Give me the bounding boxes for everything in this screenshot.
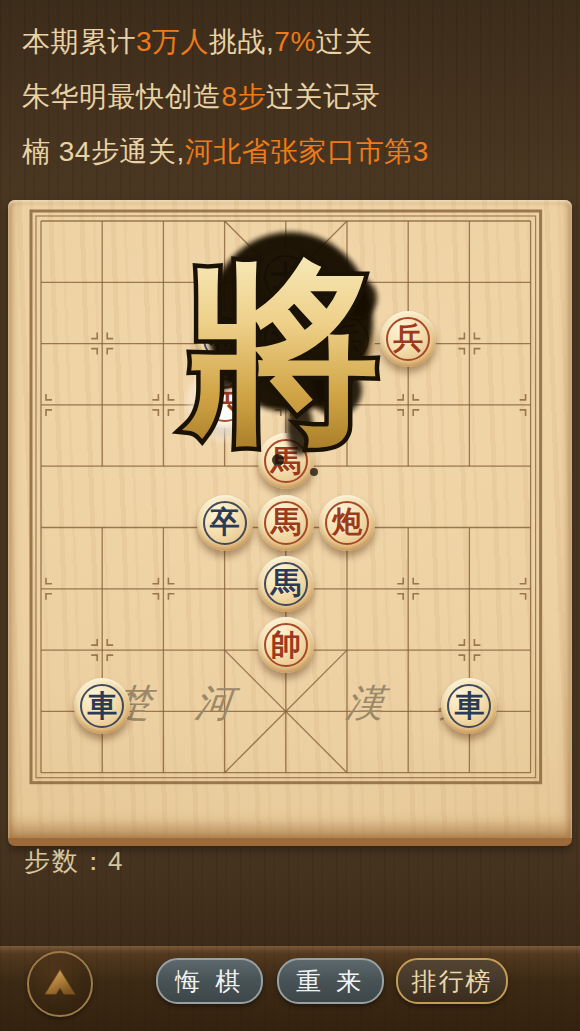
header-line-2: 朱华明最快创造8步过关记录	[22, 69, 562, 124]
xiangqi-app-screen: 本期累计3万人挑战,7%过关朱华明最快创造8步过关记录楠 34步通关,河北省张家…	[0, 0, 580, 1031]
expand-button[interactable]	[27, 951, 93, 1017]
piece-glyph: 馬	[258, 556, 314, 612]
piece-glyph: 車	[74, 678, 130, 734]
piece-glyph: 象	[258, 311, 314, 367]
piece-glyph: 車	[441, 678, 497, 734]
header-segment: 过关	[316, 26, 373, 57]
piece-glyph: 兵	[197, 372, 253, 428]
piece-卒-3-5[interactable]: 卒	[197, 495, 253, 551]
step-counter-value: 4	[108, 846, 124, 876]
leaderboard-button[interactable]: 排行榜	[396, 958, 508, 1004]
piece-glyph: 馬	[258, 495, 314, 551]
piece-車-1-8[interactable]: 車	[74, 678, 130, 734]
piece-glyph: 兵	[380, 311, 436, 367]
header-segment: 本期累计	[22, 26, 136, 57]
piece-馬-4-5[interactable]: 馬	[258, 495, 314, 551]
step-counter-label: 步数：	[24, 846, 108, 876]
header-line-3: 楠 34步通关,河北省张家口市第3	[22, 124, 562, 179]
piece-兵-6-2[interactable]: 兵	[380, 311, 436, 367]
piece-帥-4-7[interactable]: 帥	[258, 617, 314, 673]
header-line-1: 本期累计3万人挑战,7%过关	[22, 14, 562, 69]
piece-glyph: 卒	[197, 495, 253, 551]
challenge-stats-header: 本期累计3万人挑战,7%过关朱华明最快创造8步过关记录楠 34步通关,河北省张家…	[22, 14, 562, 179]
up-chevron-icon	[38, 962, 82, 1006]
header-segment: 过关记录	[266, 81, 380, 112]
piece-兵-3-3[interactable]: 兵	[197, 372, 253, 428]
piece-象-4-2[interactable]: 象	[258, 311, 314, 367]
undo-button[interactable]: 悔 棋	[156, 958, 263, 1004]
piece-馬-4-6[interactable]: 馬	[258, 556, 314, 612]
piece-車-7-8[interactable]: 車	[441, 678, 497, 734]
header-segment: 朱华明最快创造	[22, 81, 222, 112]
piece-馬-4-4[interactable]: 馬	[258, 433, 314, 489]
header-segment: 7%	[274, 26, 315, 57]
piece-glyph: 馬	[258, 433, 314, 489]
piece-glyph: 炮	[319, 495, 375, 551]
piece-炮-5-5[interactable]: 炮	[319, 495, 375, 551]
restart-button[interactable]: 重 来	[277, 958, 384, 1004]
piece-glyph: 帥	[258, 617, 314, 673]
header-segment: 3万人	[136, 26, 209, 57]
header-segment: 楠 34步通关,	[22, 136, 185, 167]
header-segment: 挑战,	[209, 26, 274, 57]
piece-glyph: 兵	[319, 311, 375, 367]
header-segment: 8步	[222, 81, 267, 112]
header-segment: 河北省张家口市第3	[185, 136, 429, 167]
piece-士-4-1[interactable]: 士	[258, 249, 314, 305]
step-counter: 步数：4	[24, 844, 124, 879]
piece-兵-5-2[interactable]: 兵	[319, 311, 375, 367]
piece-glyph: 士	[258, 249, 314, 305]
